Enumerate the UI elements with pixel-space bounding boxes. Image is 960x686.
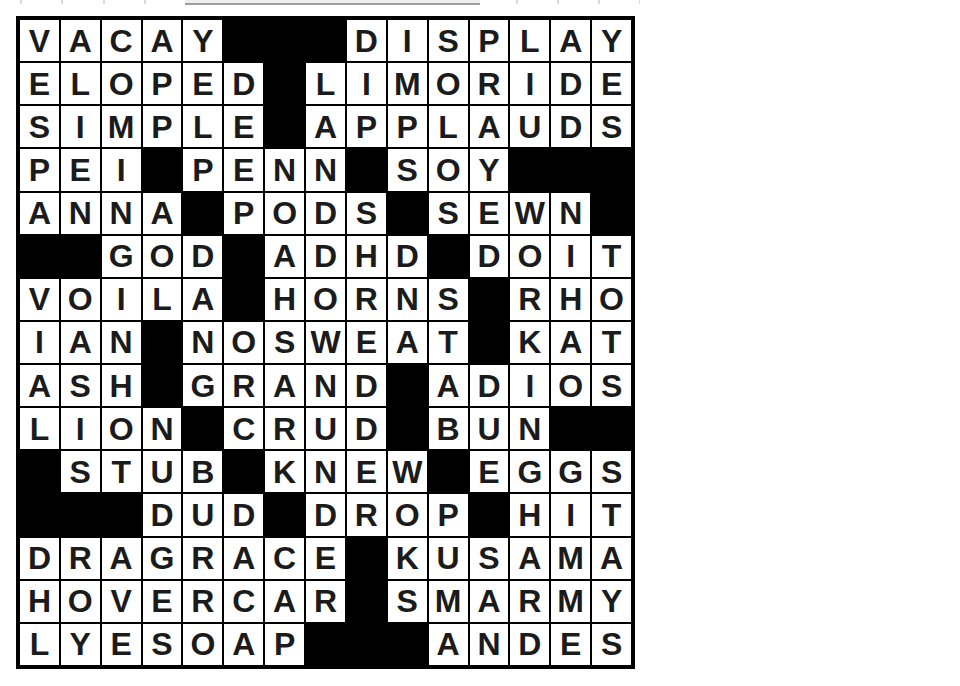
cell-r12c4[interactable]: D [143,494,182,535]
cell-r6c7[interactable]: A [265,236,304,277]
cell-r5c8[interactable]: D [306,193,345,234]
cell-r4c12[interactable]: Y [470,149,509,190]
cell-r6c8[interactable]: D [306,236,345,277]
cell-r15c4[interactable]: S [143,624,182,665]
cell-r14c10[interactable]: S [388,581,427,622]
cell-r4c4 [143,149,182,190]
cell-r5c13[interactable]: W [510,193,549,234]
cell-r9c14[interactable]: O [551,365,590,406]
cell-r2c13[interactable]: I [510,63,549,104]
cell-r11c9[interactable]: E [347,451,386,492]
cell-r15c11[interactable]: A [429,624,468,665]
cell-r2c6[interactable]: D [224,63,263,104]
cell-r7c10[interactable]: N [388,279,427,320]
cell-r14c8[interactable]: R [306,581,345,622]
cell-r7c5[interactable]: A [183,279,222,320]
cell-r8c7[interactable]: S [265,322,304,363]
cell-r1c2[interactable]: A [61,20,100,61]
cell-r6c15[interactable]: T [592,236,631,277]
cell-r11c14[interactable]: G [551,451,590,492]
cell-r10c9[interactable]: D [347,408,386,449]
cell-r9c15[interactable]: S [592,365,631,406]
cell-r1c5[interactable]: Y [183,20,222,61]
cell-r14c15[interactable]: Y [592,581,631,622]
cell-r9c3[interactable]: H [102,365,141,406]
cell-r1c8 [306,20,345,61]
cell-r3c15[interactable]: S [592,106,631,147]
cell-r8c8[interactable]: W [306,322,345,363]
cell-r4c11[interactable]: O [429,149,468,190]
cell-r10c4[interactable]: N [143,408,182,449]
cell-r9c11[interactable]: A [429,365,468,406]
cell-r2c2[interactable]: L [61,63,100,104]
cell-r13c2[interactable]: R [61,538,100,579]
cell-r12c5[interactable]: U [183,494,222,535]
cell-r5c4[interactable]: A [143,193,182,234]
cell-r6c14[interactable]: I [551,236,590,277]
cell-r7c15[interactable]: O [592,279,631,320]
cell-r4c13 [510,149,549,190]
crossword-grid: VACAYDISPLAYELOPEDLIMORIDESIMPLEAPPLAUDS… [16,16,635,669]
cell-r2c10[interactable]: M [388,63,427,104]
cell-r1c12[interactable]: P [470,20,509,61]
cell-r14c9 [347,581,386,622]
cell-r10c7[interactable]: R [265,408,304,449]
cell-r3c8[interactable]: A [306,106,345,147]
cell-r5c7[interactable]: O [265,193,304,234]
cell-r1c4[interactable]: A [143,20,182,61]
cell-r9c5[interactable]: G [183,365,222,406]
cell-r10c3[interactable]: O [102,408,141,449]
cell-r6c6 [224,236,263,277]
cell-r10c2[interactable]: I [61,408,100,449]
cell-r12c14[interactable]: I [551,494,590,535]
cell-r15c15[interactable]: S [592,624,631,665]
cell-r8c13[interactable]: K [510,322,549,363]
cell-r11c6 [224,451,263,492]
cell-r11c12[interactable]: E [470,451,509,492]
cell-r13c11[interactable]: U [429,538,468,579]
cell-r13c13[interactable]: A [510,538,549,579]
cell-r13c14[interactable]: M [551,538,590,579]
cell-r11c10[interactable]: W [388,451,427,492]
cell-r12c10[interactable]: O [388,494,427,535]
cell-r15c14[interactable]: E [551,624,590,665]
cell-r7c7[interactable]: H [265,279,304,320]
cell-r7c8[interactable]: O [306,279,345,320]
cell-r15c13[interactable]: D [510,624,549,665]
cell-r7c11[interactable]: S [429,279,468,320]
cell-r15c12[interactable]: N [470,624,509,665]
cell-r4c8[interactable]: N [306,149,345,190]
cell-r1c15[interactable]: Y [592,20,631,61]
cell-r14c14[interactable]: M [551,581,590,622]
cell-r9c1[interactable]: A [20,365,59,406]
cell-r3c10[interactable]: P [388,106,427,147]
cell-r5c11[interactable]: S [429,193,468,234]
cell-r1c6 [224,20,263,61]
cell-r13c12[interactable]: S [470,538,509,579]
cell-r10c14 [551,408,590,449]
cell-r13c5[interactable]: R [183,538,222,579]
cell-r6c1 [20,236,59,277]
cropped-row-bar-artifact [185,0,480,5]
cell-r15c9 [347,624,386,665]
cell-r13c6[interactable]: A [224,538,263,579]
cell-r5c10 [388,193,427,234]
cell-r13c4[interactable]: G [143,538,182,579]
cell-r6c2 [61,236,100,277]
cell-r1c9[interactable]: D [347,20,386,61]
cell-r2c8[interactable]: L [306,63,345,104]
cell-r7c12 [470,279,509,320]
cell-r12c8[interactable]: D [306,494,345,535]
cell-r5c14[interactable]: N [551,193,590,234]
cell-r2c1[interactable]: E [20,63,59,104]
cell-r15c6[interactable]: A [224,624,263,665]
cell-r8c14[interactable]: A [551,322,590,363]
cell-r14c11[interactable]: M [429,581,468,622]
cell-r5c1[interactable]: A [20,193,59,234]
cell-r13c15[interactable]: A [592,538,631,579]
cell-r15c3[interactable]: E [102,624,141,665]
cell-r10c1[interactable]: L [20,408,59,449]
cell-r2c4[interactable]: P [143,63,182,104]
cell-r13c9 [347,538,386,579]
cell-r11c5[interactable]: B [183,451,222,492]
cell-r10c5 [183,408,222,449]
cell-r3c4[interactable]: P [143,106,182,147]
cell-r8c11[interactable]: T [429,322,468,363]
cell-r2c12[interactable]: R [470,63,509,104]
cell-r15c8 [306,624,345,665]
cell-r6c3[interactable]: G [102,236,141,277]
cell-r12c11[interactable]: P [429,494,468,535]
cell-r12c6[interactable]: D [224,494,263,535]
cell-r14c1[interactable]: H [20,581,59,622]
cell-r4c9 [347,149,386,190]
cell-r5c5 [183,193,222,234]
cell-r12c3 [102,494,141,535]
cell-r6c4[interactable]: O [143,236,182,277]
cell-r8c5[interactable]: N [183,322,222,363]
cell-r4c2[interactable]: E [61,149,100,190]
cell-r15c7[interactable]: P [265,624,304,665]
cell-r8c15[interactable]: T [592,322,631,363]
cell-r4c3[interactable]: I [102,149,141,190]
cell-r7c13[interactable]: R [510,279,549,320]
cell-r9c2[interactable]: S [61,365,100,406]
cell-r11c13[interactable]: G [510,451,549,492]
cell-r2c3[interactable]: O [102,63,141,104]
cell-r10c10 [388,408,427,449]
cell-r13c7[interactable]: C [265,538,304,579]
cell-r14c3[interactable]: V [102,581,141,622]
cell-r11c4[interactable]: U [143,451,182,492]
cell-r10c15 [592,408,631,449]
cell-r12c12 [470,494,509,535]
cell-r1c11[interactable]: S [429,20,468,61]
cell-r6c12[interactable]: D [470,236,509,277]
cell-r4c14 [551,149,590,190]
cell-r9c7[interactable]: A [265,365,304,406]
cell-r2c5[interactable]: E [183,63,222,104]
cell-r12c7 [265,494,304,535]
cell-r1c10[interactable]: I [388,20,427,61]
cell-r8c9[interactable]: E [347,322,386,363]
cell-r12c2 [61,494,100,535]
cell-r12c9[interactable]: R [347,494,386,535]
cell-r3c14[interactable]: D [551,106,590,147]
cell-r2c7 [265,63,304,104]
cell-r7c2[interactable]: O [61,279,100,320]
cell-r13c8[interactable]: E [306,538,345,579]
cell-r12c1 [20,494,59,535]
cell-r2c14[interactable]: D [551,63,590,104]
cell-r3c3[interactable]: M [102,106,141,147]
cell-r8c4 [143,322,182,363]
cell-r11c2[interactable]: S [61,451,100,492]
cell-r5c6[interactable]: P [224,193,263,234]
cell-r7c14[interactable]: H [551,279,590,320]
cell-r1c7 [265,20,304,61]
cell-r6c9[interactable]: H [347,236,386,277]
cell-r12c13[interactable]: H [510,494,549,535]
cell-r9c13[interactable]: I [510,365,549,406]
cell-r1c1[interactable]: V [20,20,59,61]
cell-r10c8[interactable]: U [306,408,345,449]
cell-r14c6[interactable]: C [224,581,263,622]
cell-r11c15[interactable]: S [592,451,631,492]
cell-r5c2[interactable]: N [61,193,100,234]
cell-r4c6[interactable]: E [224,149,263,190]
cell-r6c5[interactable]: D [183,236,222,277]
cell-r8c1[interactable]: I [20,322,59,363]
cell-r1c3[interactable]: C [102,20,141,61]
cell-r3c5[interactable]: L [183,106,222,147]
cell-r7c9[interactable]: R [347,279,386,320]
cell-r15c10 [388,624,427,665]
cell-r3c13[interactable]: U [510,106,549,147]
cell-r9c6[interactable]: R [224,365,263,406]
cell-r8c2[interactable]: A [61,322,100,363]
cell-r3c9[interactable]: P [347,106,386,147]
cell-r14c7[interactable]: A [265,581,304,622]
cell-r14c2[interactable]: O [61,581,100,622]
cell-r5c3[interactable]: N [102,193,141,234]
cell-r2c15[interactable]: E [592,63,631,104]
cell-r2c9[interactable]: I [347,63,386,104]
cell-r4c1[interactable]: P [20,149,59,190]
cell-r10c13[interactable]: N [510,408,549,449]
cell-r7c6 [224,279,263,320]
cell-r11c8[interactable]: N [306,451,345,492]
cell-r7c1[interactable]: V [20,279,59,320]
cell-r2c11[interactable]: O [429,63,468,104]
cell-r15c5[interactable]: O [183,624,222,665]
cell-r11c11 [429,451,468,492]
cell-r6c13[interactable]: O [510,236,549,277]
cell-r3c1[interactable]: S [20,106,59,147]
cell-r4c7[interactable]: N [265,149,304,190]
cell-r8c3[interactable]: N [102,322,141,363]
cell-r6c10[interactable]: D [388,236,427,277]
cell-r3c2[interactable]: I [61,106,100,147]
cell-r8c10[interactable]: A [388,322,427,363]
cell-r7c4[interactable]: L [143,279,182,320]
cell-r4c10[interactable]: S [388,149,427,190]
cell-r7c3[interactable]: I [102,279,141,320]
cell-r10c11[interactable]: B [429,408,468,449]
cell-r3c6[interactable]: E [224,106,263,147]
cell-r11c1 [20,451,59,492]
cell-r3c12[interactable]: A [470,106,509,147]
cell-r3c7 [265,106,304,147]
cell-r13c1[interactable]: D [20,538,59,579]
cell-r9c8[interactable]: N [306,365,345,406]
cell-r9c4 [143,365,182,406]
cell-r1c14[interactable]: A [551,20,590,61]
cell-r9c12[interactable]: D [470,365,509,406]
cell-r8c6[interactable]: O [224,322,263,363]
cell-r6c11 [429,236,468,277]
cell-r5c9[interactable]: S [347,193,386,234]
cell-r11c7[interactable]: K [265,451,304,492]
cell-r10c12[interactable]: U [470,408,509,449]
cell-r8c12 [470,322,509,363]
cell-r9c9[interactable]: D [347,365,386,406]
cell-r14c5[interactable]: R [183,581,222,622]
cell-r1c13[interactable]: L [510,20,549,61]
cell-r13c10[interactable]: K [388,538,427,579]
cell-r5c12[interactable]: E [470,193,509,234]
cell-r12c15[interactable]: T [592,494,631,535]
cell-r3c11[interactable]: L [429,106,468,147]
cell-r4c5[interactable]: P [183,149,222,190]
cell-r5c15 [592,193,631,234]
cell-r14c4[interactable]: E [143,581,182,622]
cell-r11c3[interactable]: T [102,451,141,492]
cell-r14c13[interactable]: R [510,581,549,622]
cell-r9c10 [388,365,427,406]
cell-r15c2[interactable]: Y [61,624,100,665]
cell-r14c12[interactable]: A [470,581,509,622]
cell-r10c6[interactable]: C [224,408,263,449]
cell-r4c15 [592,149,631,190]
cell-r13c3[interactable]: A [102,538,141,579]
cell-r15c1[interactable]: L [20,624,59,665]
